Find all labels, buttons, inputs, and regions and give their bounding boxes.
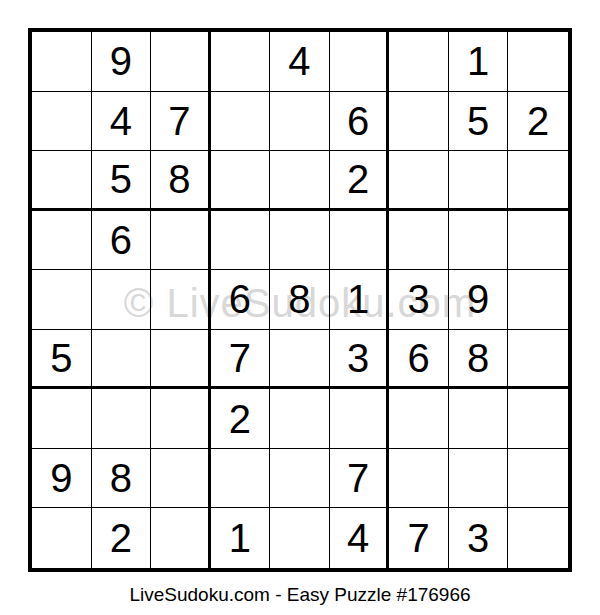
- cell-r6c9[interactable]: [508, 330, 568, 390]
- cell-r5c9[interactable]: [508, 270, 568, 330]
- cell-r8c8[interactable]: [449, 449, 509, 509]
- cell-r4c5[interactable]: [270, 211, 330, 271]
- cell-r4c6[interactable]: [330, 211, 390, 271]
- cell-r8c9[interactable]: [508, 449, 568, 509]
- cell-r3c5[interactable]: [270, 151, 330, 211]
- cell-r4c1[interactable]: [32, 211, 92, 271]
- cell-r2c6: 6: [330, 92, 390, 152]
- cell-r3c2: 5: [92, 151, 152, 211]
- cell-r1c2: 9: [92, 32, 152, 92]
- cell-r7c8[interactable]: [449, 389, 509, 449]
- cell-r7c3[interactable]: [151, 389, 211, 449]
- cell-r8c2: 8: [92, 449, 152, 509]
- cell-r5c8: 9: [449, 270, 509, 330]
- cell-r9c6: 4: [330, 508, 390, 568]
- cell-r2c2: 4: [92, 92, 152, 152]
- cell-r6c1: 5: [32, 330, 92, 390]
- cell-r2c7[interactable]: [389, 92, 449, 152]
- sudoku-page: © LiveSudoku.com 94147652582668139573682…: [0, 0, 600, 615]
- cell-r9c5[interactable]: [270, 508, 330, 568]
- cell-r4c3[interactable]: [151, 211, 211, 271]
- cell-r2c1[interactable]: [32, 92, 92, 152]
- cell-r8c3[interactable]: [151, 449, 211, 509]
- cell-r7c5[interactable]: [270, 389, 330, 449]
- cell-r3c9[interactable]: [508, 151, 568, 211]
- cell-r9c7: 7: [389, 508, 449, 568]
- cell-r7c2[interactable]: [92, 389, 152, 449]
- cell-r3c8[interactable]: [449, 151, 509, 211]
- cell-r5c2[interactable]: [92, 270, 152, 330]
- cell-r1c5: 4: [270, 32, 330, 92]
- cell-r9c3[interactable]: [151, 508, 211, 568]
- cell-r4c4[interactable]: [211, 211, 271, 271]
- cell-r2c8: 5: [449, 92, 509, 152]
- cell-r5c5: 8: [270, 270, 330, 330]
- cell-r1c3[interactable]: [151, 32, 211, 92]
- cell-r8c6: 7: [330, 449, 390, 509]
- cell-r5c1[interactable]: [32, 270, 92, 330]
- cell-r5c3[interactable]: [151, 270, 211, 330]
- cell-r8c5[interactable]: [270, 449, 330, 509]
- cell-r9c8: 3: [449, 508, 509, 568]
- cell-r9c9[interactable]: [508, 508, 568, 568]
- cell-r2c4[interactable]: [211, 92, 271, 152]
- cell-r1c8: 1: [449, 32, 509, 92]
- cell-r7c7[interactable]: [389, 389, 449, 449]
- cell-r3c3: 8: [151, 151, 211, 211]
- cell-r3c7[interactable]: [389, 151, 449, 211]
- cell-r6c4: 7: [211, 330, 271, 390]
- cell-r2c3: 7: [151, 92, 211, 152]
- cell-r1c9[interactable]: [508, 32, 568, 92]
- cell-r6c3[interactable]: [151, 330, 211, 390]
- cell-r7c4: 2: [211, 389, 271, 449]
- puzzle-caption: LiveSudoku.com - Easy Puzzle #176966: [0, 584, 600, 606]
- cell-r3c4[interactable]: [211, 151, 271, 211]
- cell-r8c4[interactable]: [211, 449, 271, 509]
- cell-r7c6[interactable]: [330, 389, 390, 449]
- cell-r6c5[interactable]: [270, 330, 330, 390]
- cell-r4c9[interactable]: [508, 211, 568, 271]
- sudoku-grid: 9414765258266813957368298721473: [32, 32, 568, 568]
- cell-r4c7[interactable]: [389, 211, 449, 271]
- cell-r9c1[interactable]: [32, 508, 92, 568]
- cell-r4c2: 6: [92, 211, 152, 271]
- cell-r6c2[interactable]: [92, 330, 152, 390]
- cell-r8c1: 9: [32, 449, 92, 509]
- cell-r9c4: 1: [211, 508, 271, 568]
- cell-r7c9[interactable]: [508, 389, 568, 449]
- cell-r5c7: 3: [389, 270, 449, 330]
- cell-r9c2: 2: [92, 508, 152, 568]
- cell-r6c7: 6: [389, 330, 449, 390]
- cell-r6c8: 8: [449, 330, 509, 390]
- cell-r6c6: 3: [330, 330, 390, 390]
- cell-r2c9: 2: [508, 92, 568, 152]
- cell-r7c1[interactable]: [32, 389, 92, 449]
- cell-r4c8[interactable]: [449, 211, 509, 271]
- cell-r1c1[interactable]: [32, 32, 92, 92]
- cell-r5c4: 6: [211, 270, 271, 330]
- cell-r3c6: 2: [330, 151, 390, 211]
- cell-r8c7[interactable]: [389, 449, 449, 509]
- cell-r2c5[interactable]: [270, 92, 330, 152]
- cell-r5c6: 1: [330, 270, 390, 330]
- sudoku-board: © LiveSudoku.com 94147652582668139573682…: [28, 28, 572, 572]
- cell-r1c7[interactable]: [389, 32, 449, 92]
- cell-r1c4[interactable]: [211, 32, 271, 92]
- cell-r3c1[interactable]: [32, 151, 92, 211]
- cell-r1c6[interactable]: [330, 32, 390, 92]
